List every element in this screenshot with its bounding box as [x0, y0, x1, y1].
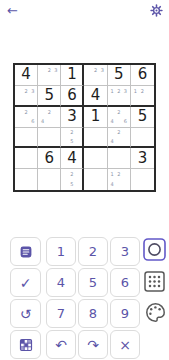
digit-button-4[interactable]: 4 [46, 268, 76, 297]
cell-r1c5[interactable]: 5 [108, 65, 131, 86]
cell-pencil-marks: 24 [109, 129, 129, 146]
theme-palette-button[interactable] [145, 302, 166, 323]
cell-r4c5[interactable]: 24 [108, 128, 131, 149]
cell-pencil-marks: 123 [109, 87, 129, 104]
cell-r2c4[interactable]: 4 [84, 86, 107, 107]
cell-pencil-marks: 246 [109, 108, 129, 126]
cell-value: 4 [91, 88, 101, 103]
cell-r4c2[interactable] [38, 128, 61, 149]
circle-in-square-icon [143, 238, 166, 261]
cell-r3c3[interactable]: 3 [61, 107, 84, 128]
journal-notes-button[interactable] [10, 237, 41, 266]
digit-button-1[interactable]: 1 [46, 237, 76, 266]
cell-r4c4[interactable] [84, 128, 107, 149]
cell-value: 4 [21, 67, 31, 82]
cell-value: 4 [67, 151, 77, 166]
cell-r5c6[interactable]: 3 [131, 148, 154, 169]
cell-r2c6[interactable]: 12 [131, 86, 154, 107]
cell-value: 1 [67, 67, 77, 82]
cell-value: 5 [44, 88, 54, 103]
undo-button[interactable]: ↶ [46, 330, 76, 359]
cell-value: 1 [91, 109, 101, 124]
cell-pencil-marks: 23 [16, 87, 36, 104]
restart-icon: ↺ [20, 306, 32, 322]
cell-r1c2[interactable]: 23 [38, 65, 61, 86]
cell-r1c3[interactable]: 1 [61, 65, 84, 86]
cell-r6c4[interactable] [84, 169, 107, 190]
palette-icon [145, 302, 166, 323]
digit-button-8[interactable]: 8 [78, 299, 108, 328]
cell-r6c5[interactable]: 124 [108, 169, 131, 190]
sudoku-board: 4231235623564123122624312465252464325124 [13, 63, 156, 192]
cell-r6c1[interactable] [15, 169, 38, 190]
cell-value: 6 [67, 88, 77, 103]
cell-r3c4[interactable]: 1 [84, 107, 107, 128]
cell-pencil-marks: 12 [132, 87, 153, 104]
cell-r5c1[interactable] [15, 148, 38, 169]
cell-pencil-marks: 26 [16, 108, 36, 126]
cell-value: 5 [114, 67, 124, 82]
cell-r4c1[interactable] [15, 128, 38, 149]
cell-r3c6[interactable]: 5 [131, 107, 154, 128]
erase-x-icon: × [119, 337, 131, 353]
restart-button[interactable]: ↺ [10, 299, 41, 328]
cell-value: 5 [138, 109, 148, 124]
cell-r2c3[interactable]: 6 [61, 86, 84, 107]
erase-button[interactable]: × [110, 330, 140, 359]
cell-r1c4[interactable]: 23 [84, 65, 107, 86]
cell-r3c5[interactable]: 246 [108, 107, 131, 128]
cell-r5c3[interactable]: 4 [61, 148, 84, 169]
dots-grid-icon [144, 271, 165, 292]
cell-pencil-marks: 25 [62, 170, 81, 189]
cell-value: 3 [67, 109, 77, 124]
cell-r2c2[interactable]: 5 [38, 86, 61, 107]
cell-r2c1[interactable]: 23 [15, 86, 38, 107]
check-button[interactable]: ✓ [10, 268, 41, 297]
undo-icon: ↶ [55, 337, 67, 353]
cell-value: 3 [138, 151, 148, 166]
digit-button-3[interactable]: 3 [110, 237, 140, 266]
cell-pencil-marks: 23 [85, 66, 105, 84]
cell-pencil-marks: 24 [39, 108, 59, 126]
journal-icon [19, 245, 33, 259]
digit-button-6[interactable]: 6 [110, 268, 140, 297]
back-icon[interactable]: ← [7, 2, 18, 20]
settings-gear-icon[interactable] [150, 4, 163, 17]
cell-r1c6[interactable]: 6 [131, 65, 154, 86]
check-icon: ✓ [20, 275, 32, 291]
cell-r4c6[interactable] [131, 128, 154, 149]
cell-r5c2[interactable]: 6 [38, 148, 61, 169]
digit-button-2[interactable]: 2 [78, 237, 108, 266]
cell-r1c1[interactable]: 4 [15, 65, 38, 86]
cell-r5c5[interactable] [108, 148, 131, 169]
cell-r3c2[interactable]: 24 [38, 107, 61, 128]
cell-r2c5[interactable]: 123 [108, 86, 131, 107]
cell-value: 6 [138, 67, 148, 82]
cell-pencil-marks: 23 [39, 66, 59, 84]
redo-icon: ↷ [87, 337, 99, 353]
digit-button-9[interactable]: 9 [110, 299, 140, 328]
single-input-mode-button[interactable] [143, 238, 166, 261]
cell-r6c2[interactable] [38, 169, 61, 190]
pencil-notes-mode-button[interactable] [144, 271, 165, 292]
cell-r6c3[interactable]: 25 [61, 169, 84, 190]
cell-r4c3[interactable]: 25 [61, 128, 84, 149]
cell-r6c6[interactable] [131, 169, 154, 190]
digit-button-7[interactable]: 7 [46, 299, 76, 328]
cell-pencil-marks: 124 [109, 170, 129, 189]
cell-pencil-marks: 25 [62, 129, 81, 146]
digit-button-5[interactable]: 5 [78, 268, 108, 297]
redo-button[interactable]: ↷ [78, 330, 108, 359]
cell-value: 6 [44, 151, 54, 166]
top-bar: ← [0, 0, 169, 24]
mini-grid-icon [19, 338, 33, 352]
cell-r5c4[interactable] [84, 148, 107, 169]
cell-r3c1[interactable]: 26 [15, 107, 38, 128]
grid-cells-button[interactable] [10, 330, 41, 359]
